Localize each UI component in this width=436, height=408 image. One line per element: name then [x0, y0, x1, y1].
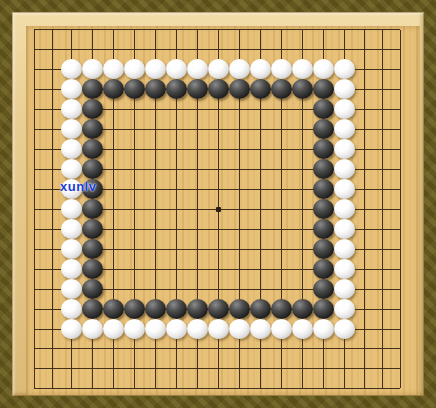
intersection-P12[interactable]	[334, 159, 355, 179]
intersection-B4[interactable]	[43, 319, 61, 339]
intersection-Q6[interactable]	[355, 279, 373, 299]
intersection-N14[interactable]	[292, 119, 313, 139]
intersection-B19[interactable]	[43, 20, 61, 40]
intersection-B9[interactable]	[43, 219, 61, 239]
intersection-B6[interactable]	[43, 279, 61, 299]
intersection-P15[interactable]	[334, 99, 355, 119]
intersection-Q9[interactable]	[355, 219, 373, 239]
intersection-E13[interactable]	[103, 139, 124, 159]
intersection-K17[interactable]	[229, 59, 250, 79]
intersection-R10[interactable]	[373, 199, 391, 219]
intersection-F13[interactable]	[124, 139, 145, 159]
intersection-D16[interactable]	[82, 79, 103, 99]
intersection-I18[interactable]	[187, 40, 208, 60]
intersection-S8[interactable]	[391, 239, 409, 259]
intersection-K4[interactable]	[229, 319, 250, 339]
intersection-D19[interactable]	[82, 20, 103, 40]
intersection-M8[interactable]	[271, 239, 292, 259]
intersection-K14[interactable]	[229, 119, 250, 139]
intersection-N17[interactable]	[292, 59, 313, 79]
intersection-N16[interactable]	[292, 79, 313, 99]
intersection-G2[interactable]	[145, 359, 166, 379]
intersection-N6[interactable]	[292, 279, 313, 299]
intersection-R11[interactable]	[373, 179, 391, 199]
intersection-H5[interactable]	[166, 299, 187, 319]
intersection-L16[interactable]	[250, 79, 271, 99]
intersection-Q4[interactable]	[355, 319, 373, 339]
intersection-I4[interactable]	[187, 319, 208, 339]
intersection-I13[interactable]	[187, 139, 208, 159]
intersection-J4[interactable]	[208, 319, 229, 339]
intersection-O1[interactable]	[313, 378, 334, 398]
intersection-G8[interactable]	[145, 239, 166, 259]
intersection-F7[interactable]	[124, 259, 145, 279]
intersection-P1[interactable]	[334, 378, 355, 398]
intersection-H18[interactable]	[166, 40, 187, 60]
intersection-A12[interactable]	[25, 159, 43, 179]
intersection-O12[interactable]	[313, 159, 334, 179]
intersection-P8[interactable]	[334, 239, 355, 259]
intersection-C5[interactable]	[61, 299, 82, 319]
intersection-D4[interactable]	[82, 319, 103, 339]
intersection-I16[interactable]	[187, 79, 208, 99]
intersection-A15[interactable]	[25, 99, 43, 119]
intersection-K15[interactable]	[229, 99, 250, 119]
intersection-G13[interactable]	[145, 139, 166, 159]
intersection-I3[interactable]	[187, 339, 208, 359]
intersection-O2[interactable]	[313, 359, 334, 379]
intersection-L15[interactable]	[250, 99, 271, 119]
intersection-S12[interactable]	[391, 159, 409, 179]
intersection-B1[interactable]	[43, 378, 61, 398]
intersection-N2[interactable]	[292, 359, 313, 379]
intersection-E15[interactable]	[103, 99, 124, 119]
intersection-S3[interactable]	[391, 339, 409, 359]
intersection-M2[interactable]	[271, 359, 292, 379]
intersection-F9[interactable]	[124, 219, 145, 239]
intersection-Q10[interactable]	[355, 199, 373, 219]
intersection-F17[interactable]	[124, 59, 145, 79]
intersection-B11[interactable]	[43, 179, 61, 199]
intersection-J3[interactable]	[208, 339, 229, 359]
intersection-M16[interactable]	[271, 79, 292, 99]
intersection-P19[interactable]	[334, 20, 355, 40]
intersection-M18[interactable]	[271, 40, 292, 60]
intersection-M4[interactable]	[271, 319, 292, 339]
intersection-N13[interactable]	[292, 139, 313, 159]
intersection-C4[interactable]	[61, 319, 82, 339]
intersection-N7[interactable]	[292, 259, 313, 279]
intersection-K1[interactable]	[229, 378, 250, 398]
intersection-M19[interactable]	[271, 20, 292, 40]
intersection-I7[interactable]	[187, 259, 208, 279]
intersection-D9[interactable]	[82, 219, 103, 239]
intersection-O9[interactable]	[313, 219, 334, 239]
intersection-H4[interactable]	[166, 319, 187, 339]
intersection-R12[interactable]	[373, 159, 391, 179]
intersection-R8[interactable]	[373, 239, 391, 259]
intersection-B18[interactable]	[43, 40, 61, 60]
intersection-P14[interactable]	[334, 119, 355, 139]
intersection-K2[interactable]	[229, 359, 250, 379]
intersection-S9[interactable]	[391, 219, 409, 239]
intersection-F6[interactable]	[124, 279, 145, 299]
intersection-I1[interactable]	[187, 378, 208, 398]
intersection-J1[interactable]	[208, 378, 229, 398]
intersection-G3[interactable]	[145, 339, 166, 359]
intersection-H16[interactable]	[166, 79, 187, 99]
intersection-D2[interactable]	[82, 359, 103, 379]
intersection-C19[interactable]	[61, 20, 82, 40]
intersection-E1[interactable]	[103, 378, 124, 398]
intersection-B8[interactable]	[43, 239, 61, 259]
intersection-C10[interactable]	[61, 199, 82, 219]
intersection-K18[interactable]	[229, 40, 250, 60]
intersection-Q14[interactable]	[355, 119, 373, 139]
intersection-F5[interactable]	[124, 299, 145, 319]
intersection-H10[interactable]	[166, 199, 187, 219]
intersection-L19[interactable]	[250, 20, 271, 40]
intersection-S16[interactable]	[391, 79, 409, 99]
intersection-S10[interactable]	[391, 199, 409, 219]
intersection-N12[interactable]	[292, 159, 313, 179]
intersection-D7[interactable]	[82, 259, 103, 279]
intersection-I2[interactable]	[187, 359, 208, 379]
intersection-G6[interactable]	[145, 279, 166, 299]
intersection-R18[interactable]	[373, 40, 391, 60]
intersection-H1[interactable]	[166, 378, 187, 398]
intersection-I8[interactable]	[187, 239, 208, 259]
intersection-C16[interactable]	[61, 79, 82, 99]
intersection-A11[interactable]	[25, 179, 43, 199]
intersection-S15[interactable]	[391, 99, 409, 119]
intersection-E6[interactable]	[103, 279, 124, 299]
intersection-A13[interactable]	[25, 139, 43, 159]
intersection-L3[interactable]	[250, 339, 271, 359]
intersection-L2[interactable]	[250, 359, 271, 379]
intersection-J10[interactable]	[208, 199, 229, 219]
intersection-I10[interactable]	[187, 199, 208, 219]
intersection-J8[interactable]	[208, 239, 229, 259]
intersection-H14[interactable]	[166, 119, 187, 139]
intersection-R3[interactable]	[373, 339, 391, 359]
intersection-E17[interactable]	[103, 59, 124, 79]
intersection-G7[interactable]	[145, 259, 166, 279]
intersection-E19[interactable]	[103, 20, 124, 40]
intersection-P5[interactable]	[334, 299, 355, 319]
intersection-S4[interactable]	[391, 319, 409, 339]
intersection-B16[interactable]	[43, 79, 61, 99]
intersection-S5[interactable]	[391, 299, 409, 319]
intersection-G18[interactable]	[145, 40, 166, 60]
intersection-R17[interactable]	[373, 59, 391, 79]
intersection-I14[interactable]	[187, 119, 208, 139]
intersection-B17[interactable]	[43, 59, 61, 79]
intersection-B13[interactable]	[43, 139, 61, 159]
intersection-E12[interactable]	[103, 159, 124, 179]
intersection-N5[interactable]	[292, 299, 313, 319]
intersection-J12[interactable]	[208, 159, 229, 179]
intersection-L11[interactable]	[250, 179, 271, 199]
intersection-F10[interactable]	[124, 199, 145, 219]
intersection-F4[interactable]	[124, 319, 145, 339]
intersection-P7[interactable]	[334, 259, 355, 279]
intersection-M3[interactable]	[271, 339, 292, 359]
intersection-E8[interactable]	[103, 239, 124, 259]
intersection-M10[interactable]	[271, 199, 292, 219]
intersection-K19[interactable]	[229, 20, 250, 40]
intersection-I5[interactable]	[187, 299, 208, 319]
intersection-I9[interactable]	[187, 219, 208, 239]
intersection-H19[interactable]	[166, 20, 187, 40]
intersection-D5[interactable]	[82, 299, 103, 319]
intersection-G1[interactable]	[145, 378, 166, 398]
intersection-J14[interactable]	[208, 119, 229, 139]
intersection-A8[interactable]	[25, 239, 43, 259]
intersection-E18[interactable]	[103, 40, 124, 60]
intersection-E7[interactable]	[103, 259, 124, 279]
intersection-L1[interactable]	[250, 378, 271, 398]
intersection-O4[interactable]	[313, 319, 334, 339]
intersection-G4[interactable]	[145, 319, 166, 339]
intersection-J13[interactable]	[208, 139, 229, 159]
intersection-A1[interactable]	[25, 378, 43, 398]
intersection-M7[interactable]	[271, 259, 292, 279]
intersection-E9[interactable]	[103, 219, 124, 239]
intersection-H11[interactable]	[166, 179, 187, 199]
intersection-H8[interactable]	[166, 239, 187, 259]
intersection-K11[interactable]	[229, 179, 250, 199]
intersection-N9[interactable]	[292, 219, 313, 239]
intersection-L4[interactable]	[250, 319, 271, 339]
intersection-M6[interactable]	[271, 279, 292, 299]
intersection-A2[interactable]	[25, 359, 43, 379]
intersection-G15[interactable]	[145, 99, 166, 119]
intersection-R1[interactable]	[373, 378, 391, 398]
intersection-J11[interactable]	[208, 179, 229, 199]
intersection-G10[interactable]	[145, 199, 166, 219]
intersection-Q13[interactable]	[355, 139, 373, 159]
intersection-F8[interactable]	[124, 239, 145, 259]
intersection-H3[interactable]	[166, 339, 187, 359]
intersection-J6[interactable]	[208, 279, 229, 299]
intersection-N3[interactable]	[292, 339, 313, 359]
intersection-L6[interactable]	[250, 279, 271, 299]
intersection-C12[interactable]	[61, 159, 82, 179]
intersection-E5[interactable]	[103, 299, 124, 319]
intersection-S13[interactable]	[391, 139, 409, 159]
intersection-F3[interactable]	[124, 339, 145, 359]
intersection-Q11[interactable]	[355, 179, 373, 199]
intersection-B2[interactable]	[43, 359, 61, 379]
intersection-O11[interactable]	[313, 179, 334, 199]
intersection-I6[interactable]	[187, 279, 208, 299]
intersection-L12[interactable]	[250, 159, 271, 179]
intersection-A3[interactable]	[25, 339, 43, 359]
intersection-L9[interactable]	[250, 219, 271, 239]
intersection-O10[interactable]	[313, 199, 334, 219]
intersection-L8[interactable]	[250, 239, 271, 259]
intersection-P11[interactable]	[334, 179, 355, 199]
intersection-I17[interactable]	[187, 59, 208, 79]
intersection-A4[interactable]	[25, 319, 43, 339]
intersection-H6[interactable]	[166, 279, 187, 299]
intersection-K12[interactable]	[229, 159, 250, 179]
intersection-G9[interactable]	[145, 219, 166, 239]
intersection-K10[interactable]	[229, 199, 250, 219]
intersection-E10[interactable]	[103, 199, 124, 219]
intersection-B3[interactable]	[43, 339, 61, 359]
intersection-R5[interactable]	[373, 299, 391, 319]
intersection-G17[interactable]	[145, 59, 166, 79]
intersection-F12[interactable]	[124, 159, 145, 179]
intersection-N11[interactable]	[292, 179, 313, 199]
intersection-N18[interactable]	[292, 40, 313, 60]
intersection-Q17[interactable]	[355, 59, 373, 79]
intersection-J5[interactable]	[208, 299, 229, 319]
intersection-N15[interactable]	[292, 99, 313, 119]
intersection-G19[interactable]	[145, 20, 166, 40]
intersection-P4[interactable]	[334, 319, 355, 339]
intersection-N19[interactable]	[292, 20, 313, 40]
intersection-C6[interactable]	[61, 279, 82, 299]
intersection-O14[interactable]	[313, 119, 334, 139]
intersection-B5[interactable]	[43, 299, 61, 319]
intersection-R15[interactable]	[373, 99, 391, 119]
intersection-O3[interactable]	[313, 339, 334, 359]
intersection-K7[interactable]	[229, 259, 250, 279]
intersection-P10[interactable]	[334, 199, 355, 219]
intersection-E16[interactable]	[103, 79, 124, 99]
intersection-L7[interactable]	[250, 259, 271, 279]
intersection-P9[interactable]	[334, 219, 355, 239]
intersection-F18[interactable]	[124, 40, 145, 60]
intersection-D3[interactable]	[82, 339, 103, 359]
intersection-P13[interactable]	[334, 139, 355, 159]
intersection-L18[interactable]	[250, 40, 271, 60]
intersection-C7[interactable]	[61, 259, 82, 279]
intersection-S7[interactable]	[391, 259, 409, 279]
intersection-E3[interactable]	[103, 339, 124, 359]
intersection-Q2[interactable]	[355, 359, 373, 379]
intersection-O5[interactable]	[313, 299, 334, 319]
intersection-L17[interactable]	[250, 59, 271, 79]
intersection-P18[interactable]	[334, 40, 355, 60]
intersection-I12[interactable]	[187, 159, 208, 179]
intersection-G14[interactable]	[145, 119, 166, 139]
intersection-Q12[interactable]	[355, 159, 373, 179]
intersection-F1[interactable]	[124, 378, 145, 398]
intersection-A10[interactable]	[25, 199, 43, 219]
intersection-C1[interactable]	[61, 378, 82, 398]
intersection-H17[interactable]	[166, 59, 187, 79]
intersection-R19[interactable]	[373, 20, 391, 40]
intersection-L5[interactable]	[250, 299, 271, 319]
intersection-O7[interactable]	[313, 259, 334, 279]
intersection-S18[interactable]	[391, 40, 409, 60]
intersection-A16[interactable]	[25, 79, 43, 99]
intersection-M9[interactable]	[271, 219, 292, 239]
intersection-J9[interactable]	[208, 219, 229, 239]
intersection-J17[interactable]	[208, 59, 229, 79]
intersection-R13[interactable]	[373, 139, 391, 159]
intersection-K13[interactable]	[229, 139, 250, 159]
intersection-K8[interactable]	[229, 239, 250, 259]
intersection-M1[interactable]	[271, 378, 292, 398]
intersection-C18[interactable]	[61, 40, 82, 60]
intersection-H12[interactable]	[166, 159, 187, 179]
intersection-C14[interactable]	[61, 119, 82, 139]
intersection-P2[interactable]	[334, 359, 355, 379]
intersection-C17[interactable]	[61, 59, 82, 79]
intersection-J7[interactable]	[208, 259, 229, 279]
intersection-A19[interactable]	[25, 20, 43, 40]
intersection-P6[interactable]	[334, 279, 355, 299]
intersection-L13[interactable]	[250, 139, 271, 159]
intersection-P17[interactable]	[334, 59, 355, 79]
intersection-E11[interactable]	[103, 179, 124, 199]
intersection-F15[interactable]	[124, 99, 145, 119]
intersection-I15[interactable]	[187, 99, 208, 119]
intersection-M13[interactable]	[271, 139, 292, 159]
intersection-D15[interactable]	[82, 99, 103, 119]
intersection-F11[interactable]	[124, 179, 145, 199]
intersection-R16[interactable]	[373, 79, 391, 99]
intersection-B14[interactable]	[43, 119, 61, 139]
intersection-K16[interactable]	[229, 79, 250, 99]
intersection-Q8[interactable]	[355, 239, 373, 259]
intersection-N8[interactable]	[292, 239, 313, 259]
intersection-O17[interactable]	[313, 59, 334, 79]
intersection-L14[interactable]	[250, 119, 271, 139]
intersection-M11[interactable]	[271, 179, 292, 199]
intersection-A7[interactable]	[25, 259, 43, 279]
intersection-S19[interactable]	[391, 20, 409, 40]
intersection-C9[interactable]	[61, 219, 82, 239]
intersection-H13[interactable]	[166, 139, 187, 159]
intersection-A5[interactable]	[25, 299, 43, 319]
intersection-Q3[interactable]	[355, 339, 373, 359]
intersection-S1[interactable]	[391, 378, 409, 398]
intersection-I11[interactable]	[187, 179, 208, 199]
intersection-P3[interactable]	[334, 339, 355, 359]
intersection-H7[interactable]	[166, 259, 187, 279]
intersection-D14[interactable]	[82, 119, 103, 139]
intersection-O13[interactable]	[313, 139, 334, 159]
intersection-N10[interactable]	[292, 199, 313, 219]
intersection-D1[interactable]	[82, 378, 103, 398]
intersection-R4[interactable]	[373, 319, 391, 339]
intersection-Q18[interactable]	[355, 40, 373, 60]
intersection-J18[interactable]	[208, 40, 229, 60]
intersection-D6[interactable]	[82, 279, 103, 299]
intersection-G16[interactable]	[145, 79, 166, 99]
intersection-J19[interactable]	[208, 20, 229, 40]
intersection-N1[interactable]	[292, 378, 313, 398]
intersection-O18[interactable]	[313, 40, 334, 60]
intersection-R9[interactable]	[373, 219, 391, 239]
intersection-H2[interactable]	[166, 359, 187, 379]
intersection-G11[interactable]	[145, 179, 166, 199]
intersection-A9[interactable]	[25, 219, 43, 239]
intersection-B15[interactable]	[43, 99, 61, 119]
intersection-K9[interactable]	[229, 219, 250, 239]
intersection-M12[interactable]	[271, 159, 292, 179]
intersection-K3[interactable]	[229, 339, 250, 359]
intersection-F19[interactable]	[124, 20, 145, 40]
intersection-Q5[interactable]	[355, 299, 373, 319]
intersection-R6[interactable]	[373, 279, 391, 299]
